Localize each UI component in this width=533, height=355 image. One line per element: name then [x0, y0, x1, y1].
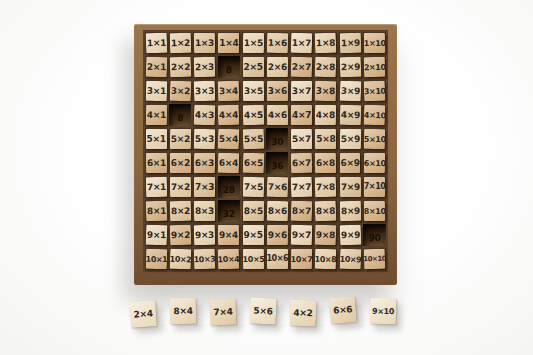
- tile-1x6[interactable]: 1×6: [267, 33, 288, 54]
- tile-5x3[interactable]: 5×3: [194, 129, 215, 150]
- board-cell-2x6: 2×6: [266, 56, 288, 78]
- tile-7x3[interactable]: 7×3: [194, 177, 215, 197]
- tile-5x8[interactable]: 5×8: [315, 129, 336, 149]
- hole-answer: 90: [369, 233, 381, 243]
- tile-4x6[interactable]: 4×6: [267, 105, 288, 126]
- board-cell-6x2: 6×2: [169, 152, 191, 174]
- tile-1x1[interactable]: 1×1: [145, 32, 167, 53]
- tile-3x2[interactable]: 3×2: [170, 80, 192, 101]
- tile-4x1[interactable]: 4×1: [146, 105, 167, 126]
- board-cell-6x4: 6×4: [218, 152, 240, 174]
- board-cell-6x5: 6×5: [242, 152, 264, 174]
- tile-10x2[interactable]: 10×2: [170, 248, 192, 269]
- board-cell-3x10: 3×10: [363, 80, 386, 102]
- tile-6x3[interactable]: 6×3: [194, 153, 215, 174]
- board-cell-4x9: 4×9: [339, 104, 361, 126]
- tile-7x6[interactable]: 7×6: [267, 176, 289, 197]
- board-cell-7x9: 7×9: [339, 176, 361, 198]
- tile-9x8[interactable]: 9×8: [315, 224, 337, 245]
- tile-9x9[interactable]: 9×9: [339, 224, 361, 245]
- tile-8x6[interactable]: 8×6: [267, 201, 288, 222]
- board-cell-10x10: 10×10: [363, 248, 386, 270]
- board-cell-2x8: 2×8: [315, 56, 337, 78]
- tile-2x6[interactable]: 2×6: [267, 57, 288, 78]
- tile-6x7[interactable]: 6×7: [291, 153, 312, 174]
- tile-3x4[interactable]: 3×4: [218, 81, 239, 102]
- board-cell-7x5: 7×5: [242, 176, 264, 198]
- tile-1x8[interactable]: 1×8: [315, 32, 337, 53]
- tile-1x9[interactable]: 1×9: [339, 33, 360, 54]
- board-cell-3x2: 3×2: [169, 80, 191, 102]
- board-cell-5x4: 5×4: [218, 128, 240, 150]
- hole-7x4[interactable]: 28: [218, 176, 240, 198]
- board-cell-8x1: 8×1: [145, 200, 167, 222]
- board-cell-9x3: 9×3: [193, 224, 215, 246]
- board-cell-5x3: 5×3: [193, 128, 215, 150]
- tile-3x3[interactable]: 3×3: [194, 80, 216, 101]
- board-cell-6x1: 6×1: [145, 152, 167, 174]
- tile-8x1[interactable]: 8×1: [145, 200, 167, 221]
- board-cell-3x4: 3×4: [218, 80, 240, 102]
- board-cell-1x3: 1×3: [193, 32, 215, 54]
- board-cell-4x3: 4×3: [193, 104, 215, 126]
- board-cell-6x7: 6×7: [290, 152, 312, 174]
- tile-3x8[interactable]: 3×8: [315, 81, 336, 102]
- hole-5x6[interactable]: 30: [266, 128, 288, 150]
- tile-6x1[interactable]: 6×1: [146, 153, 167, 174]
- tile-2x2[interactable]: 2×2: [170, 56, 192, 77]
- tile-5x5[interactable]: 5×5: [242, 128, 264, 149]
- tile-6x5[interactable]: 6×5: [242, 152, 264, 173]
- board-cell-5x9: 5×9: [339, 128, 361, 150]
- board-cell-9x2: 9×2: [169, 224, 191, 246]
- board-cell-3x7: 3×7: [290, 80, 312, 102]
- hole-2x4[interactable]: 8: [218, 56, 240, 78]
- board-cell-10x6: 10×6: [266, 248, 288, 270]
- tile-8x7[interactable]: 8×7: [291, 200, 313, 221]
- scene: 1×11×21×31×41×51×61×71×81×91×102×12×22×3…: [0, 0, 533, 355]
- tile-2x7[interactable]: 2×7: [291, 57, 312, 78]
- tile-2x9[interactable]: 2×9: [339, 56, 361, 77]
- tile-8x10[interactable]: 8×10: [364, 201, 386, 222]
- tile-8x2[interactable]: 8×2: [170, 201, 191, 222]
- tile-3x6[interactable]: 3×6: [267, 81, 288, 101]
- tile-7x7[interactable]: 7×7: [291, 176, 313, 197]
- tile-8x8[interactable]: 8×8: [315, 200, 337, 221]
- tile-10x5[interactable]: 10×5: [243, 249, 264, 270]
- tile-9x2[interactable]: 9×2: [170, 224, 192, 245]
- tile-3x5[interactable]: 3×5: [243, 81, 264, 102]
- loose-tile-5x6[interactable]: 5×6: [249, 297, 276, 324]
- tile-4x8[interactable]: 4×8: [315, 105, 336, 126]
- tile-9x6[interactable]: 9×6: [267, 225, 288, 246]
- board-cell-7x6: 7×6: [266, 176, 288, 198]
- tile-10x7[interactable]: 10×7: [291, 249, 312, 270]
- board-cell-3x8: 3×8: [315, 80, 337, 102]
- board-cell-9x1: 9×1: [145, 224, 167, 246]
- loose-tile-2x4[interactable]: 2×4: [129, 300, 157, 328]
- board-cell-4x6: 4×6: [266, 104, 288, 126]
- board-cell-8x8: 8×8: [315, 200, 337, 222]
- board-cell-8x3: 8×3: [193, 200, 215, 222]
- hole-6x6[interactable]: 36: [266, 152, 288, 174]
- tile-10x1[interactable]: 10×1: [145, 249, 166, 270]
- board-cell-5x7: 5×7: [290, 128, 312, 150]
- board-cell-9x9: 9×9: [339, 224, 361, 246]
- board-cell-9x7: 9×7: [290, 224, 312, 246]
- board-cell-4x4: 4×4: [218, 104, 240, 126]
- board-cell-1x5: 1×5: [242, 32, 264, 54]
- tile-6x9[interactable]: 6×9: [340, 153, 361, 173]
- board-cell-2x9: 2×9: [339, 56, 361, 78]
- board-cell-9x4: 9×4: [218, 224, 240, 246]
- tile-3x1[interactable]: 3×1: [145, 81, 166, 102]
- board-cell-10x8: 10×8: [315, 248, 337, 270]
- board-cell-6x10: 6×10: [363, 152, 386, 174]
- tile-8x3[interactable]: 8×3: [194, 201, 215, 222]
- tile-10x3[interactable]: 10×3: [194, 248, 216, 269]
- loose-tile-6x6[interactable]: 6×6: [329, 296, 357, 324]
- tile-3x7[interactable]: 3×7: [291, 81, 312, 102]
- board-cell-1x8: 1×8: [315, 32, 337, 54]
- tile-1x10[interactable]: 1×10: [364, 33, 386, 54]
- tile-2x1[interactable]: 2×1: [145, 56, 167, 77]
- loose-tile-9x10[interactable]: 9×10: [370, 298, 396, 324]
- board-cell-10x1: 10×1: [145, 248, 167, 270]
- tile-3x10[interactable]: 3×10: [363, 80, 385, 101]
- board-cell-4x1: 4×1: [145, 104, 167, 126]
- board-cell-9x5: 9×5: [242, 224, 264, 246]
- board-cell-7x2: 7×2: [169, 176, 191, 198]
- board-cell-2x1: 2×1: [145, 56, 167, 78]
- multiplication-board: 1×11×21×31×41×51×61×71×81×91×102×12×22×3…: [134, 24, 397, 285]
- board-cell-2x10: 2×10: [363, 56, 386, 78]
- board-cell-1x1: 1×1: [145, 32, 167, 54]
- tile-4x3[interactable]: 4×3: [194, 104, 216, 125]
- tile-10x8[interactable]: 10×8: [315, 249, 336, 270]
- board-cell-4x8: 4×8: [315, 104, 337, 126]
- hole-answer: 32: [223, 209, 235, 219]
- tile-1x3[interactable]: 1×3: [194, 33, 215, 54]
- tile-5x1[interactable]: 5×1: [146, 129, 167, 149]
- tile-9x7[interactable]: 9×7: [291, 225, 312, 246]
- tile-1x5[interactable]: 1×5: [243, 33, 264, 54]
- hole-8x4[interactable]: 32: [218, 200, 240, 222]
- board-cell-2x7: 2×7: [290, 56, 312, 78]
- tile-7x1[interactable]: 7×1: [145, 177, 166, 198]
- board-cell-9x6: 9×6: [266, 224, 288, 246]
- board-cell-7x7: 7×7: [290, 176, 312, 198]
- hole-answer: 28: [223, 185, 235, 195]
- board-cell-6x9: 6×9: [339, 152, 361, 174]
- hole-answer: 36: [271, 161, 283, 171]
- board-cell-7x1: 7×1: [145, 176, 167, 198]
- tile-7x8[interactable]: 7×8: [315, 177, 336, 198]
- tile-3x9[interactable]: 3×9: [339, 80, 361, 101]
- board-cell-10x9: 10×9: [339, 248, 361, 270]
- board-cell-4x5: 4×5: [242, 104, 264, 126]
- tile-6x10[interactable]: 6×10: [364, 153, 386, 174]
- board-grid: 1×11×21×31×41×51×61×71×81×91×102×12×22×3…: [143, 30, 388, 272]
- tile-4x9[interactable]: 4×9: [339, 105, 360, 126]
- board-cell-5x5: 5×5: [242, 128, 264, 150]
- tile-7x2[interactable]: 7×2: [170, 177, 191, 198]
- tile-7x9[interactable]: 7×9: [339, 177, 360, 198]
- board-cell-9x8: 9×8: [315, 224, 337, 246]
- board-cell-1x10: 1×10: [363, 32, 386, 54]
- board-cell-1x9: 1×9: [339, 32, 361, 54]
- tile-5x9[interactable]: 5×9: [339, 129, 360, 150]
- tile-10x9[interactable]: 10×9: [339, 248, 361, 269]
- tile-8x5[interactable]: 8×5: [243, 201, 264, 222]
- tile-7x5[interactable]: 7×5: [242, 177, 263, 198]
- tile-9x1[interactable]: 9×1: [145, 224, 167, 245]
- tile-10x4[interactable]: 10×4: [218, 249, 239, 270]
- tile-4x10[interactable]: 4×10: [363, 104, 385, 125]
- tile-5x4[interactable]: 5×4: [218, 128, 240, 149]
- hole-answer: 8: [177, 113, 183, 123]
- tile-10x10[interactable]: 10×10: [363, 248, 385, 269]
- tile-9x3[interactable]: 9×3: [194, 225, 215, 246]
- board-cell-10x5: 10×5: [242, 248, 264, 270]
- board-cell-3x1: 3×1: [145, 80, 167, 102]
- board-cell-8x9: 8×9: [339, 200, 361, 222]
- loose-tiles-row: 2×48×47×45×64×26×69×10: [130, 300, 396, 326]
- tile-6x8[interactable]: 6×8: [315, 153, 336, 174]
- board-cell-7x10: 7×10: [363, 176, 386, 198]
- board-cell-5x8: 5×8: [315, 128, 337, 150]
- tile-1x2[interactable]: 1×2: [170, 33, 191, 54]
- board-cell-8x6: 8×6: [266, 200, 288, 222]
- board-cell-8x5: 8×5: [242, 200, 264, 222]
- board-cell-10x3: 10×3: [193, 248, 215, 270]
- loose-tile-8x4[interactable]: 8×4: [170, 298, 196, 324]
- tile-2x8[interactable]: 2×8: [315, 56, 337, 77]
- board-cell-2x5: 2×5: [242, 56, 264, 78]
- board-cell-3x9: 3×9: [339, 80, 361, 102]
- tile-5x7[interactable]: 5×7: [291, 129, 312, 150]
- loose-tile-4x2[interactable]: 4×2: [290, 300, 317, 327]
- board-cell-3x5: 3×5: [242, 80, 264, 102]
- hole-9x10[interactable]: 90: [363, 224, 386, 246]
- tile-7x10[interactable]: 7×10: [364, 177, 385, 197]
- board-cell-4x10: 4×10: [363, 104, 386, 126]
- board-cell-2x3: 2×3: [193, 56, 215, 78]
- board-cell-8x2: 8×2: [169, 200, 191, 222]
- board-cell-1x4: 1×4: [218, 32, 240, 54]
- tile-10x6[interactable]: 10×6: [267, 249, 288, 269]
- board-cell-10x2: 10×2: [169, 248, 191, 270]
- hole-answer: 8: [226, 65, 232, 75]
- tile-4x4[interactable]: 4×4: [218, 104, 240, 125]
- board-cell-1x7: 1×7: [290, 32, 312, 54]
- board-cell-4x7: 4×7: [290, 104, 312, 126]
- board-cell-5x10: 5×10: [363, 128, 386, 150]
- tile-2x3[interactable]: 2×3: [194, 57, 215, 78]
- hole-4x2[interactable]: 8: [169, 104, 191, 126]
- tile-2x5[interactable]: 2×5: [243, 57, 264, 77]
- board-cell-8x7: 8×7: [290, 200, 312, 222]
- tile-9x4[interactable]: 9×4: [218, 225, 239, 246]
- board-cell-6x3: 6×3: [193, 152, 215, 174]
- board-cell-1x6: 1×6: [266, 32, 288, 54]
- board-cell-6x8: 6×8: [315, 152, 337, 174]
- tile-5x2[interactable]: 5×2: [170, 129, 191, 150]
- board-cell-8x10: 8×10: [363, 200, 386, 222]
- hole-answer: 30: [271, 137, 283, 147]
- tile-1x4[interactable]: 1×4: [218, 33, 239, 53]
- board-cell-7x3: 7×3: [193, 176, 215, 198]
- loose-tile-7x4[interactable]: 7×4: [210, 299, 237, 326]
- tile-2x10[interactable]: 2×10: [364, 57, 386, 78]
- board-cell-1x2: 1×2: [169, 32, 191, 54]
- board-cell-7x8: 7×8: [315, 176, 337, 198]
- board-cell-3x6: 3×6: [266, 80, 288, 102]
- tile-4x5[interactable]: 4×5: [242, 105, 263, 126]
- board-cell-10x4: 10×4: [218, 248, 240, 270]
- tile-9x5[interactable]: 9×5: [243, 225, 264, 245]
- tile-8x9[interactable]: 8×9: [339, 201, 360, 222]
- board-cell-2x2: 2×2: [169, 56, 191, 78]
- tile-5x10[interactable]: 5×10: [364, 129, 386, 150]
- tile-6x4[interactable]: 6×4: [218, 153, 239, 174]
- board-cell-5x1: 5×1: [145, 128, 167, 150]
- tile-6x2[interactable]: 6×2: [170, 153, 191, 173]
- tile-1x7[interactable]: 1×7: [291, 32, 313, 53]
- board-cell-3x3: 3×3: [193, 80, 215, 102]
- board-cell-10x7: 10×7: [290, 248, 312, 270]
- board-cell-5x2: 5×2: [169, 128, 191, 150]
- tile-4x7[interactable]: 4×7: [291, 105, 312, 125]
